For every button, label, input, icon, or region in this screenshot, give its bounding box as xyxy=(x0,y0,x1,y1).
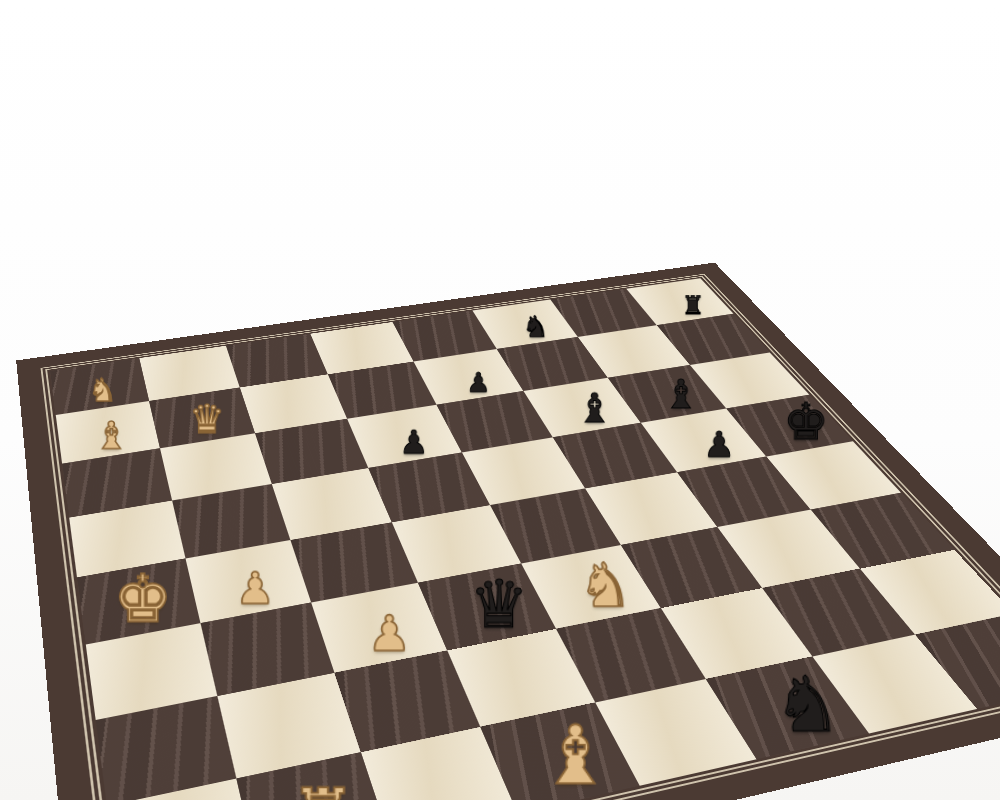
chess-board: ♞♞♜♝♛♟♟♝♝♟♚♚♟♟♛♞♜♝♞ xyxy=(16,263,1000,800)
black-knight-f1[interactable]: ♞ xyxy=(773,666,842,743)
black-pawn-d6[interactable]: ♟ xyxy=(399,426,428,458)
black-king-h5[interactable]: ♚ xyxy=(783,397,829,448)
photo-background: ♞♞♜♝♛♟♟♝♝♟♚♚♟♟♛♞♜♝♞ xyxy=(0,0,1000,800)
board-grid: ♞♞♜♝♛♟♟♝♝♟♚♚♟♟♛♞♜♝♞ xyxy=(50,278,1000,800)
white-bishop-d1[interactable]: ♝ xyxy=(538,715,611,796)
scene-3d: ♞♞♜♝♛♟♟♝♝♟♚♚♟♟♛♞♜♝♞ xyxy=(50,65,930,800)
white-knight-e3[interactable]: ♞ xyxy=(578,556,632,617)
square-g4[interactable] xyxy=(677,457,811,527)
board-border-frame: ♞♞♜♝♛♟♟♝♝♟♚♚♟♟♛♞♜♝♞ xyxy=(16,263,1000,800)
white-queen-b7[interactable]: ♛ xyxy=(189,400,224,439)
white-knight-a8[interactable]: ♞ xyxy=(88,375,116,407)
white-king-a4[interactable]: ♚ xyxy=(113,566,172,632)
white-rook-b1[interactable]: ♜ xyxy=(289,779,356,800)
black-rook-h8[interactable]: ♜ xyxy=(681,293,704,318)
white-pawn-b4[interactable]: ♟ xyxy=(235,566,274,610)
white-pawn-c3[interactable]: ♟ xyxy=(367,609,411,658)
black-bishop-g6[interactable]: ♝ xyxy=(662,374,698,414)
black-pawn-g5[interactable]: ♟ xyxy=(703,427,735,462)
black-knight-f8[interactable]: ♞ xyxy=(522,312,548,341)
black-pawn-e7[interactable]: ♟ xyxy=(466,369,490,396)
black-bishop-f6[interactable]: ♝ xyxy=(576,388,612,429)
square-c5[interactable] xyxy=(272,468,392,540)
black-queen-d3[interactable]: ♛ xyxy=(469,571,528,637)
square-b4[interactable]: ♟ xyxy=(186,540,312,623)
white-bishop-a7[interactable]: ♝ xyxy=(94,416,128,454)
